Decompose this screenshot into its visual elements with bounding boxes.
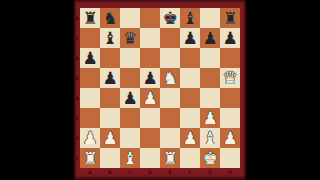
square-g5[interactable] xyxy=(200,68,220,88)
piece-white-pawn-h2[interactable]: ♟ xyxy=(222,128,237,148)
piece-white-bishop-c1[interactable]: ♝ xyxy=(122,148,137,168)
square-h6[interactable] xyxy=(220,48,240,68)
square-g7[interactable]: ♟ xyxy=(200,28,220,48)
square-f8[interactable]: ♝ xyxy=(180,8,200,28)
square-d8[interactable] xyxy=(140,8,160,28)
file-label-h: H xyxy=(220,168,240,178)
square-c5[interactable] xyxy=(120,68,140,88)
file-label-b: B xyxy=(100,168,120,178)
square-b2[interactable]: ♟ xyxy=(100,128,120,148)
square-e7[interactable] xyxy=(160,28,180,48)
piece-white-pawn-a2[interactable]: ♟ xyxy=(82,128,97,148)
square-h8[interactable]: ♜ xyxy=(220,8,240,28)
square-c8[interactable] xyxy=(120,8,140,28)
square-g6[interactable] xyxy=(200,48,220,68)
square-c3[interactable] xyxy=(120,108,140,128)
square-f2[interactable]: ♟ xyxy=(180,128,200,148)
square-g3[interactable]: ♟ xyxy=(200,108,220,128)
square-d7[interactable] xyxy=(140,28,160,48)
piece-black-pawn-g7[interactable]: ♟ xyxy=(202,28,217,48)
piece-white-pawn-f2[interactable]: ♟ xyxy=(182,128,197,148)
screenshot-stage: 87654321 ABCDEFGH ♜♞♚♝♜♝♛♟♟♟♟♟♟♞♛♟♟♟♟♟♟♝… xyxy=(0,0,320,180)
square-d1[interactable] xyxy=(140,148,160,168)
piece-black-pawn-f7[interactable]: ♟ xyxy=(182,28,197,48)
square-e2[interactable] xyxy=(160,128,180,148)
square-b6[interactable] xyxy=(100,48,120,68)
square-b1[interactable] xyxy=(100,148,120,168)
chess-board-frame: 87654321 ABCDEFGH ♜♞♚♝♜♝♛♟♟♟♟♟♟♞♛♟♟♟♟♟♟♝… xyxy=(74,0,246,180)
square-e3[interactable] xyxy=(160,108,180,128)
piece-white-rook-a1[interactable]: ♜ xyxy=(82,148,97,168)
file-label-a: A xyxy=(80,168,100,178)
square-a1[interactable]: ♜ xyxy=(80,148,100,168)
square-g8[interactable] xyxy=(200,8,220,28)
square-f1[interactable] xyxy=(180,148,200,168)
piece-black-rook-h8[interactable]: ♜ xyxy=(222,8,237,28)
piece-white-knight-e5[interactable]: ♞ xyxy=(162,68,177,88)
piece-black-pawn-b5[interactable]: ♟ xyxy=(102,68,117,88)
square-e1[interactable]: ♜ xyxy=(160,148,180,168)
square-a4[interactable] xyxy=(80,88,100,108)
square-h1[interactable] xyxy=(220,148,240,168)
square-c7[interactable]: ♛ xyxy=(120,28,140,48)
square-d4[interactable]: ♟ xyxy=(140,88,160,108)
square-h3[interactable] xyxy=(220,108,240,128)
square-a3[interactable] xyxy=(80,108,100,128)
square-c4[interactable]: ♟ xyxy=(120,88,140,108)
square-d3[interactable] xyxy=(140,108,160,128)
square-c6[interactable] xyxy=(120,48,140,68)
square-f5[interactable] xyxy=(180,68,200,88)
file-label-d: D xyxy=(140,168,160,178)
square-e4[interactable] xyxy=(160,88,180,108)
piece-white-pawn-d4[interactable]: ♟ xyxy=(142,88,157,108)
square-h4[interactable] xyxy=(220,88,240,108)
square-a8[interactable]: ♜ xyxy=(80,8,100,28)
piece-white-pawn-g3[interactable]: ♟ xyxy=(202,108,217,128)
piece-black-knight-b8[interactable]: ♞ xyxy=(102,8,117,28)
piece-black-bishop-b7[interactable]: ♝ xyxy=(102,28,117,48)
square-g4[interactable] xyxy=(200,88,220,108)
square-c1[interactable]: ♝ xyxy=(120,148,140,168)
file-label-g: G xyxy=(200,168,220,178)
piece-black-pawn-d5[interactable]: ♟ xyxy=(142,68,157,88)
square-h7[interactable]: ♟ xyxy=(220,28,240,48)
piece-black-rook-a8[interactable]: ♜ xyxy=(82,8,97,28)
square-b7[interactable]: ♝ xyxy=(100,28,120,48)
file-labels: ABCDEFGH xyxy=(80,168,240,178)
square-a6[interactable]: ♟ xyxy=(80,48,100,68)
square-b4[interactable] xyxy=(100,88,120,108)
square-d2[interactable] xyxy=(140,128,160,148)
square-f4[interactable] xyxy=(180,88,200,108)
piece-black-queen-c7[interactable]: ♛ xyxy=(122,28,137,48)
square-f7[interactable]: ♟ xyxy=(180,28,200,48)
square-b3[interactable] xyxy=(100,108,120,128)
square-b8[interactable]: ♞ xyxy=(100,8,120,28)
square-a7[interactable] xyxy=(80,28,100,48)
piece-white-rook-e1[interactable]: ♜ xyxy=(162,148,177,168)
piece-white-king-g1[interactable]: ♚ xyxy=(202,148,217,168)
square-e6[interactable] xyxy=(160,48,180,68)
piece-black-bishop-f8[interactable]: ♝ xyxy=(182,8,197,28)
piece-black-pawn-a6[interactable]: ♟ xyxy=(82,48,97,68)
piece-white-queen-h5[interactable]: ♛ xyxy=(222,68,237,88)
file-label-c: C xyxy=(120,168,140,178)
square-e8[interactable]: ♚ xyxy=(160,8,180,28)
file-label-f: F xyxy=(180,168,200,178)
piece-black-king-e8[interactable]: ♚ xyxy=(162,8,177,28)
square-g1[interactable]: ♚ xyxy=(200,148,220,168)
file-label-e: E xyxy=(160,168,180,178)
square-b5[interactable]: ♟ xyxy=(100,68,120,88)
square-c2[interactable] xyxy=(120,128,140,148)
piece-black-pawn-h7[interactable]: ♟ xyxy=(222,28,237,48)
square-a2[interactable]: ♟ xyxy=(80,128,100,148)
square-a5[interactable] xyxy=(80,68,100,88)
square-g2[interactable]: ♝ xyxy=(200,128,220,148)
square-d5[interactable]: ♟ xyxy=(140,68,160,88)
square-d6[interactable] xyxy=(140,48,160,68)
piece-white-bishop-g2[interactable]: ♝ xyxy=(202,128,217,148)
square-h2[interactable]: ♟ xyxy=(220,128,240,148)
square-f6[interactable] xyxy=(180,48,200,68)
square-e5[interactable]: ♞ xyxy=(160,68,180,88)
chess-board: ♜♞♚♝♜♝♛♟♟♟♟♟♟♞♛♟♟♟♟♟♟♝♟♜♝♜♚ xyxy=(80,8,240,168)
piece-black-pawn-c4[interactable]: ♟ xyxy=(122,88,137,108)
piece-white-pawn-b2[interactable]: ♟ xyxy=(102,128,117,148)
square-f3[interactable] xyxy=(180,108,200,128)
square-h5[interactable]: ♛ xyxy=(220,68,240,88)
